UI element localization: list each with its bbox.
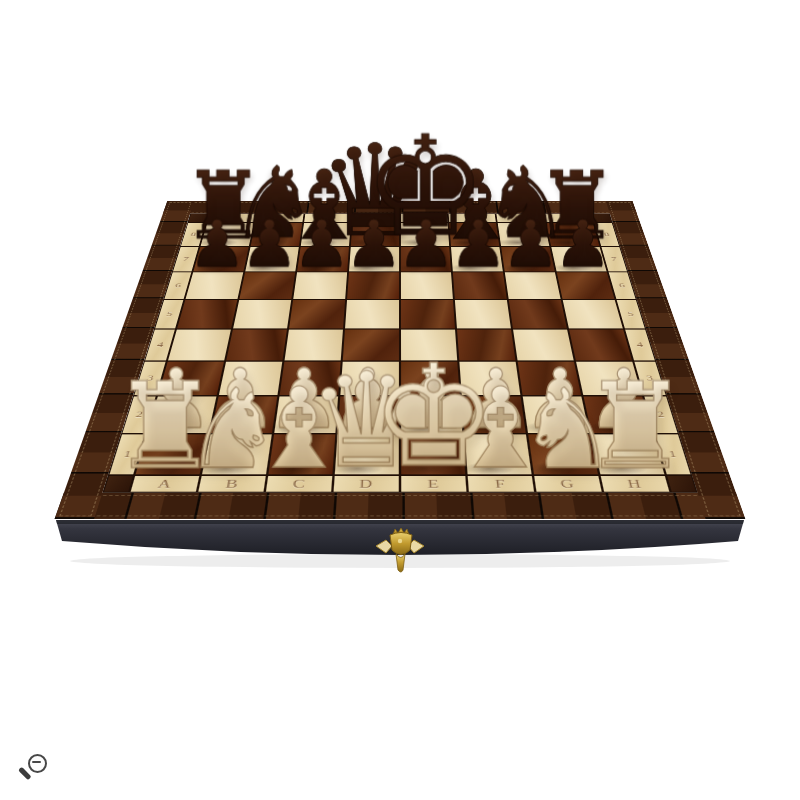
- square-h1: ♜: [590, 434, 665, 475]
- square-g1: ♞: [527, 434, 599, 475]
- square-h2: ♟: [582, 396, 654, 434]
- square-c8: ♝: [300, 223, 352, 247]
- chess-set-scene: ABCDEFGH8♜♞♝♛♚♝♞♜87♟♟♟♟♟♟♟♟7665544332♟♟♟…: [0, 0, 800, 800]
- square-b6: [238, 272, 296, 299]
- file-label-e-front: E: [400, 475, 468, 492]
- piece-white-pawn-c2: ♟: [267, 358, 341, 440]
- file-label-a-front: A: [129, 475, 200, 492]
- square-e6: [400, 272, 454, 299]
- square-c5: [288, 299, 346, 329]
- product-photo[interactable]: ABCDEFGH8♜♞♝♛♚♝♞♜87♟♟♟♟♟♟♟♟7665544332♟♟♟…: [0, 0, 800, 800]
- magnifier-lens: [28, 754, 47, 773]
- square-f6: [452, 272, 508, 299]
- square-f1: ♝: [463, 434, 532, 475]
- file-label-h-back: H: [543, 214, 593, 223]
- square-f3: [458, 361, 521, 396]
- piece-white-pawn-e2: ♟: [395, 358, 469, 440]
- square-h8: ♜: [545, 223, 600, 247]
- square-d8: ♛: [350, 223, 400, 247]
- square-c7: ♟: [296, 246, 350, 272]
- square-b8: ♞: [250, 223, 303, 247]
- square-a1: ♜: [134, 434, 209, 475]
- square-e3: [400, 361, 461, 396]
- square-e8: ♚: [400, 223, 450, 247]
- brass-latch-icon: [368, 528, 432, 580]
- square-h5: [562, 299, 624, 329]
- square-g6: [504, 272, 562, 299]
- chessboard-grid: ABCDEFGH8♜♞♝♛♚♝♞♜87♟♟♟♟♟♟♟♟7665544332♟♟♟…: [103, 214, 698, 493]
- board-frame-bottom: [55, 492, 746, 518]
- minus-icon: [32, 761, 41, 764]
- chessboard: ABCDEFGH8♜♞♝♛♚♝♞♜87♟♟♟♟♟♟♟♟7665544332♟♟♟…: [55, 201, 746, 519]
- square-g4: [512, 329, 575, 361]
- zoom-out-cursor-icon[interactable]: [14, 750, 50, 786]
- square-e4: [400, 329, 458, 361]
- square-d1: ♛: [334, 434, 400, 475]
- square-d5: [344, 299, 400, 329]
- file-label-f-front: F: [466, 475, 535, 492]
- square-b2: ♟: [210, 396, 279, 434]
- square-f4: [456, 329, 517, 361]
- square-g2: ♟: [522, 396, 591, 434]
- square-d3: [339, 361, 400, 396]
- file-label-a-back: A: [206, 214, 256, 223]
- square-a4: [167, 329, 232, 361]
- file-label-f-back: F: [448, 214, 497, 223]
- square-e5: [400, 299, 456, 329]
- square-h3: [575, 361, 643, 396]
- square-c1: ♝: [267, 434, 336, 475]
- file-label-d-front: D: [332, 475, 400, 492]
- piece-white-king-e1: ♚: [371, 347, 497, 488]
- square-c2: ♟: [273, 396, 339, 434]
- square-b7: ♟: [244, 246, 300, 272]
- square-h6: [556, 272, 616, 299]
- square-e1: ♚: [400, 434, 466, 475]
- square-g5: [508, 299, 568, 329]
- square-b5: [232, 299, 292, 329]
- file-label-h-front: H: [599, 475, 670, 492]
- square-e7: ♟: [400, 246, 452, 272]
- square-b4: [225, 329, 288, 361]
- file-label-d-back: D: [352, 214, 400, 223]
- file-label-c-front: C: [265, 475, 334, 492]
- square-c3: [278, 361, 341, 396]
- square-f5: [454, 299, 512, 329]
- square-c4: [283, 329, 344, 361]
- square-f7: ♟: [450, 246, 504, 272]
- square-f2: ♟: [461, 396, 527, 434]
- square-e2: ♟: [400, 396, 463, 434]
- square-d2: ♟: [337, 396, 400, 434]
- file-label-e-back: E: [400, 214, 448, 223]
- file-label-c-back: C: [303, 214, 352, 223]
- square-d6: [346, 272, 400, 299]
- square-h4: [568, 329, 633, 361]
- square-f8: ♝: [448, 223, 500, 247]
- square-d7: ♟: [348, 246, 400, 272]
- file-label-g-front: G: [533, 475, 603, 492]
- square-a2: ♟: [146, 396, 218, 434]
- square-b3: [218, 361, 284, 396]
- square-g8: ♞: [497, 223, 550, 247]
- square-b1: ♞: [201, 434, 273, 475]
- square-a8: ♜: [200, 223, 255, 247]
- board-frame-top: [163, 201, 637, 214]
- square-h7: ♟: [550, 246, 607, 272]
- file-label-b-back: B: [255, 214, 305, 223]
- square-a5: [176, 299, 238, 329]
- file-label-g-back: G: [496, 214, 546, 223]
- square-d4: [342, 329, 400, 361]
- file-label-b-front: B: [197, 475, 267, 492]
- piece-white-pawn-d2: ♟: [331, 358, 405, 440]
- square-a6: [184, 272, 244, 299]
- square-a3: [157, 361, 225, 396]
- square-g7: ♟: [500, 246, 556, 272]
- square-g3: [517, 361, 583, 396]
- frame-corner: [666, 475, 698, 492]
- square-c6: [292, 272, 348, 299]
- square-a7: ♟: [192, 246, 249, 272]
- frame-corner: [591, 214, 613, 223]
